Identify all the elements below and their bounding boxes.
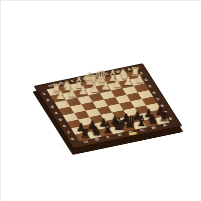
product-photo: ♜♞♝♚♛♝♞♜♟♟♟♟♟♟♟♟♟♟♟♟♟♟♟♟♜♞♝♚♛♝♞♜HHGGFFEE… — [0, 0, 201, 201]
white-pawn-piece: ♟ — [112, 78, 122, 90]
white-pawn-piece: ♟ — [66, 87, 76, 99]
white-pawn-piece: ♟ — [100, 80, 110, 92]
black-rook-piece: ♜ — [158, 111, 169, 124]
black-knight-piece: ♞ — [147, 112, 159, 126]
black-rook-piece: ♜ — [79, 128, 90, 141]
white-pawn-piece: ♟ — [89, 83, 99, 95]
white-pawn-piece: ♟ — [123, 76, 133, 88]
white-pawn-piece: ♟ — [78, 85, 88, 97]
white-pawn-piece: ♟ — [55, 90, 65, 102]
white-pawn-piece: ♟ — [134, 73, 144, 85]
scene: ♜♞♝♚♛♝♞♜♟♟♟♟♟♟♟♟♟♟♟♟♟♟♟♟♜♞♝♚♛♝♞♜HHGGFFEE… — [1, 1, 201, 201]
black-knight-piece: ♞ — [90, 124, 102, 138]
chess-board: ♜♞♝♚♛♝♞♜♟♟♟♟♟♟♟♟♟♟♟♟♟♟♟♟♜♞♝♚♛♝♞♜HHGGFFEE… — [34, 63, 183, 148]
black-bishop-piece: ♝ — [101, 121, 114, 136]
